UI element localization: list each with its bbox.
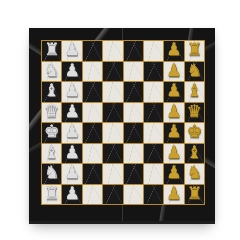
square-b5 xyxy=(124,62,143,82)
square-b1: ♞ xyxy=(42,62,61,82)
square-e5 xyxy=(124,123,143,143)
square-b3 xyxy=(83,62,102,82)
piece-black-bishop: ♝ xyxy=(187,144,202,161)
square-g1: ♞ xyxy=(42,164,61,184)
square-f7: ♟ xyxy=(164,144,183,164)
square-f6 xyxy=(144,144,163,164)
piece-black-rook: ♜ xyxy=(187,185,202,202)
square-d3 xyxy=(83,103,102,123)
square-c7: ♟ xyxy=(164,82,183,102)
square-e3 xyxy=(83,123,102,143)
piece-white-pawn: ♟ xyxy=(64,62,79,79)
piece-white-queen: ♛ xyxy=(44,103,59,120)
piece-black-knight: ♞ xyxy=(187,62,202,79)
piece-black-knight: ♞ xyxy=(187,164,202,181)
square-f3 xyxy=(83,144,102,164)
square-d6 xyxy=(144,103,163,123)
square-d5 xyxy=(124,103,143,123)
piece-white-pawn: ♟ xyxy=(64,144,79,161)
square-d1: ♛ xyxy=(42,103,61,123)
square-e2: ♟ xyxy=(62,123,81,143)
square-b2: ♟ xyxy=(62,62,81,82)
square-f4 xyxy=(103,144,122,164)
square-b7: ♟ xyxy=(164,62,183,82)
square-e1: ♚ xyxy=(42,123,61,143)
square-a1: ♜ xyxy=(42,41,61,61)
square-f8: ♝ xyxy=(185,144,204,164)
piece-white-bishop: ♝ xyxy=(44,144,59,161)
square-g8: ♞ xyxy=(185,164,204,184)
piece-black-pawn: ♟ xyxy=(166,164,181,181)
photo-background: ♜♟♟♜♞♟♟♞♝♟♟♝♛♟♟♛♚♟♟♚♝♟♟♝♞♟♟♞♜♟♟♜ xyxy=(0,0,240,240)
playing-area: ♜♟♟♜♞♟♟♞♝♟♟♝♛♟♟♛♚♟♟♚♝♟♟♝♞♟♟♞♜♟♟♜ xyxy=(41,40,205,205)
square-g4 xyxy=(103,164,122,184)
square-h4 xyxy=(103,185,122,205)
square-g6 xyxy=(144,164,163,184)
piece-black-pawn: ♟ xyxy=(166,103,181,120)
square-g5 xyxy=(124,164,143,184)
square-e7: ♟ xyxy=(164,123,183,143)
piece-white-pawn: ♟ xyxy=(64,103,79,120)
piece-white-rook: ♜ xyxy=(44,185,59,202)
square-h5 xyxy=(124,185,143,205)
square-h3 xyxy=(83,185,102,205)
square-d4 xyxy=(103,103,122,123)
square-a2: ♟ xyxy=(62,41,81,61)
square-a4 xyxy=(103,41,122,61)
square-h6 xyxy=(144,185,163,205)
square-a3 xyxy=(83,41,102,61)
piece-black-pawn: ♟ xyxy=(166,185,181,202)
square-a7: ♟ xyxy=(164,41,183,61)
piece-white-pawn: ♟ xyxy=(64,164,79,181)
piece-white-pawn: ♟ xyxy=(64,41,79,58)
piece-white-king: ♚ xyxy=(44,123,59,140)
square-e4 xyxy=(103,123,122,143)
piece-black-queen: ♛ xyxy=(187,103,202,120)
piece-white-pawn: ♟ xyxy=(64,123,79,140)
piece-black-bishop: ♝ xyxy=(187,82,202,99)
piece-white-knight: ♞ xyxy=(44,62,59,79)
piece-white-rook: ♜ xyxy=(44,41,59,58)
square-c8: ♝ xyxy=(185,82,204,102)
square-c5 xyxy=(124,82,143,102)
piece-black-pawn: ♟ xyxy=(166,123,181,140)
square-h2: ♟ xyxy=(62,185,81,205)
square-f1: ♝ xyxy=(42,144,61,164)
square-f5 xyxy=(124,144,143,164)
square-h7: ♟ xyxy=(164,185,183,205)
square-g7: ♟ xyxy=(164,164,183,184)
square-a6 xyxy=(144,41,163,61)
square-b4 xyxy=(103,62,122,82)
square-a5 xyxy=(124,41,143,61)
piece-black-pawn: ♟ xyxy=(166,144,181,161)
square-c3 xyxy=(83,82,102,102)
piece-black-pawn: ♟ xyxy=(166,41,181,58)
piece-white-pawn: ♟ xyxy=(64,185,79,202)
square-c6 xyxy=(144,82,163,102)
square-h8: ♜ xyxy=(185,185,204,205)
square-g2: ♟ xyxy=(62,164,81,184)
square-d7: ♟ xyxy=(164,103,183,123)
square-c1: ♝ xyxy=(42,82,61,102)
square-e6 xyxy=(144,123,163,143)
piece-white-knight: ♞ xyxy=(44,164,59,181)
square-a8: ♜ xyxy=(185,41,204,61)
square-f2: ♟ xyxy=(62,144,81,164)
square-h1: ♜ xyxy=(42,185,61,205)
square-b6 xyxy=(144,62,163,82)
square-e8: ♚ xyxy=(185,123,204,143)
square-d8: ♛ xyxy=(185,103,204,123)
square-g3 xyxy=(83,164,102,184)
piece-black-king: ♚ xyxy=(187,123,202,140)
piece-black-rook: ♜ xyxy=(187,41,202,58)
square-d2: ♟ xyxy=(62,103,81,123)
piece-black-pawn: ♟ xyxy=(166,82,181,99)
piece-white-bishop: ♝ xyxy=(44,82,59,99)
piece-black-pawn: ♟ xyxy=(166,62,181,79)
square-c2: ♟ xyxy=(62,82,81,102)
square-b8: ♞ xyxy=(185,62,204,82)
chess-board: ♜♟♟♜♞♟♟♞♝♟♟♝♛♟♟♛♚♟♟♚♝♟♟♝♞♟♟♞♜♟♟♜ xyxy=(29,28,215,221)
square-c4 xyxy=(103,82,122,102)
piece-white-pawn: ♟ xyxy=(64,82,79,99)
